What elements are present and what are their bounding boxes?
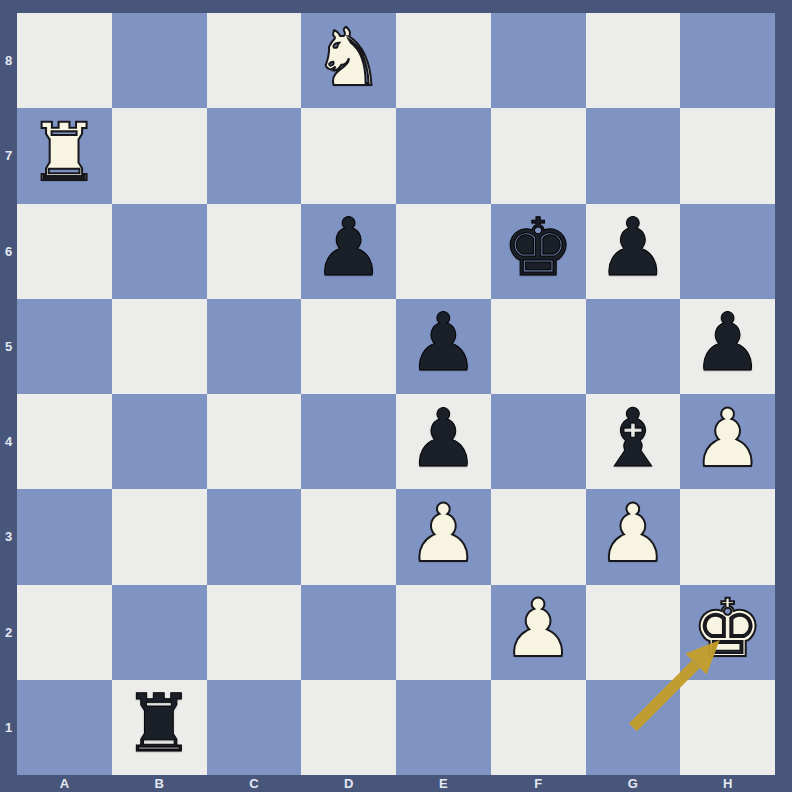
rank-label-7: 7 (0, 108, 17, 203)
square-g3[interactable]: ♟ (586, 489, 681, 584)
square-a6[interactable] (17, 204, 112, 299)
square-g2[interactable] (586, 585, 681, 680)
file-label-G: G (586, 775, 681, 792)
piece-black-pawn-e4[interactable]: ♟ (408, 399, 480, 479)
square-g6[interactable]: ♟ (586, 204, 681, 299)
square-h3[interactable] (680, 489, 775, 584)
square-h5[interactable]: ♟ (680, 299, 775, 394)
file-label-H: H (680, 775, 775, 792)
piece-black-pawn-e5[interactable]: ♟ (408, 303, 480, 383)
piece-black-king-f6[interactable]: ♚ (502, 208, 574, 288)
square-b5[interactable] (112, 299, 207, 394)
piece-black-pawn-d6[interactable]: ♟ (313, 208, 385, 288)
square-d7[interactable] (301, 108, 396, 203)
square-h4[interactable]: ♟ (680, 394, 775, 489)
square-d2[interactable] (301, 585, 396, 680)
square-a3[interactable] (17, 489, 112, 584)
square-b1[interactable]: ♜ (112, 680, 207, 775)
square-f3[interactable] (491, 489, 586, 584)
piece-black-pawn-g6[interactable]: ♟ (597, 208, 669, 288)
square-a5[interactable] (17, 299, 112, 394)
square-c3[interactable] (207, 489, 302, 584)
piece-white-rook-a7[interactable]: ♜ (29, 113, 101, 193)
file-label-C: C (207, 775, 302, 792)
rank-label-1: 1 (0, 680, 17, 775)
square-b3[interactable] (112, 489, 207, 584)
square-h1[interactable] (680, 680, 775, 775)
square-c5[interactable] (207, 299, 302, 394)
piece-white-knight-d8[interactable]: ♞ (313, 18, 385, 98)
piece-black-pawn-h5[interactable]: ♟ (692, 303, 764, 383)
square-f1[interactable] (491, 680, 586, 775)
square-h2[interactable]: ♚ (680, 585, 775, 680)
file-label-B: B (112, 775, 207, 792)
square-d4[interactable] (301, 394, 396, 489)
square-b4[interactable] (112, 394, 207, 489)
square-d3[interactable] (301, 489, 396, 584)
square-d6[interactable]: ♟ (301, 204, 396, 299)
square-f7[interactable] (491, 108, 586, 203)
square-f4[interactable] (491, 394, 586, 489)
square-a1[interactable] (17, 680, 112, 775)
square-f6[interactable]: ♚ (491, 204, 586, 299)
chess-board: ♞♜♟♚♟♟♟♟♝♟♟♟♟♚♜ (17, 13, 775, 775)
square-e4[interactable]: ♟ (396, 394, 491, 489)
file-label-D: D (301, 775, 396, 792)
piece-white-pawn-e3[interactable]: ♟ (408, 494, 480, 574)
square-a4[interactable] (17, 394, 112, 489)
square-b6[interactable] (112, 204, 207, 299)
piece-white-pawn-f2[interactable]: ♟ (502, 589, 574, 669)
square-h8[interactable] (680, 13, 775, 108)
piece-white-pawn-g3[interactable]: ♟ (597, 494, 669, 574)
square-c8[interactable] (207, 13, 302, 108)
square-e5[interactable]: ♟ (396, 299, 491, 394)
rank-label-8: 8 (0, 13, 17, 108)
square-c6[interactable] (207, 204, 302, 299)
rank-label-4: 4 (0, 394, 17, 489)
square-g4[interactable]: ♝ (586, 394, 681, 489)
square-c4[interactable] (207, 394, 302, 489)
rank-label-6: 6 (0, 204, 17, 299)
file-label-A: A (17, 775, 112, 792)
piece-black-rook-b1[interactable]: ♜ (123, 684, 195, 764)
square-a7[interactable]: ♜ (17, 108, 112, 203)
square-g7[interactable] (586, 108, 681, 203)
square-g8[interactable] (586, 13, 681, 108)
square-e1[interactable] (396, 680, 491, 775)
square-c1[interactable] (207, 680, 302, 775)
square-g1[interactable] (586, 680, 681, 775)
square-e6[interactable] (396, 204, 491, 299)
square-d5[interactable] (301, 299, 396, 394)
square-f2[interactable]: ♟ (491, 585, 586, 680)
file-label-F: F (491, 775, 586, 792)
square-e8[interactable] (396, 13, 491, 108)
square-d8[interactable]: ♞ (301, 13, 396, 108)
square-e2[interactable] (396, 585, 491, 680)
square-e7[interactable] (396, 108, 491, 203)
square-g5[interactable] (586, 299, 681, 394)
square-b2[interactable] (112, 585, 207, 680)
piece-white-king-h2[interactable]: ♚ (692, 589, 764, 669)
square-f5[interactable] (491, 299, 586, 394)
rank-label-5: 5 (0, 299, 17, 394)
square-h7[interactable] (680, 108, 775, 203)
chess-board-frame: ♞♜♟♚♟♟♟♟♝♟♟♟♟♚♜ 87654321 ABCDEFGH (0, 0, 792, 792)
square-d1[interactable] (301, 680, 396, 775)
square-b8[interactable] (112, 13, 207, 108)
square-a2[interactable] (17, 585, 112, 680)
piece-black-bishop-g4[interactable]: ♝ (597, 399, 669, 479)
square-c7[interactable] (207, 108, 302, 203)
file-label-E: E (396, 775, 491, 792)
rank-label-2: 2 (0, 585, 17, 680)
square-f8[interactable] (491, 13, 586, 108)
square-e3[interactable]: ♟ (396, 489, 491, 584)
rank-label-3: 3 (0, 489, 17, 584)
square-h6[interactable] (680, 204, 775, 299)
square-a8[interactable] (17, 13, 112, 108)
square-b7[interactable] (112, 108, 207, 203)
square-c2[interactable] (207, 585, 302, 680)
piece-white-pawn-h4[interactable]: ♟ (692, 399, 764, 479)
